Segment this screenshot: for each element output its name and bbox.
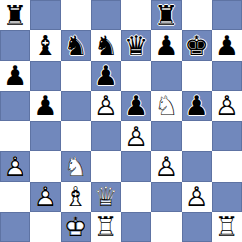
piece-white-knight[interactable]: ♞♘ — [151, 91, 181, 121]
square-a8[interactable]: ♜ — [0, 0, 30, 30]
square-g6[interactable] — [182, 61, 212, 91]
piece-white-pawn[interactable]: ♟♙ — [121, 121, 151, 151]
square-d8[interactable] — [91, 0, 121, 30]
piece-black-king[interactable]: ♚ — [182, 30, 212, 60]
square-g8[interactable] — [182, 0, 212, 30]
square-g2[interactable]: ♟♙ — [182, 182, 212, 212]
piece-white-queen[interactable]: ♛♕ — [91, 182, 121, 212]
square-b7[interactable]: ♝ — [30, 30, 60, 60]
square-e7[interactable]: ♛ — [121, 30, 151, 60]
square-f4[interactable] — [151, 121, 181, 151]
square-a6[interactable]: ♟ — [0, 61, 30, 91]
white-rook-outline-glyph: ♖ — [212, 212, 242, 242]
square-g4[interactable] — [182, 121, 212, 151]
square-e6[interactable] — [121, 61, 151, 91]
square-c2[interactable]: ♝♗ — [61, 182, 91, 212]
black-knight-glyph: ♞ — [61, 30, 91, 60]
square-d3[interactable] — [91, 151, 121, 181]
white-queen-outline-glyph: ♕ — [91, 182, 121, 212]
square-h5[interactable]: ♟♙ — [212, 91, 242, 121]
square-g3[interactable] — [182, 151, 212, 181]
piece-black-knight[interactable]: ♞ — [91, 30, 121, 60]
square-d1[interactable]: ♜♖ — [91, 212, 121, 242]
piece-black-pawn[interactable]: ♟ — [212, 30, 242, 60]
black-knight-glyph: ♞ — [91, 30, 121, 60]
piece-white-pawn[interactable]: ♟♙ — [0, 151, 30, 181]
white-pawn-outline-glyph: ♙ — [0, 151, 30, 181]
square-c8[interactable] — [61, 0, 91, 30]
square-e3[interactable] — [121, 151, 151, 181]
piece-white-pawn[interactable]: ♟♙ — [30, 182, 60, 212]
piece-white-bishop[interactable]: ♝♗ — [61, 182, 91, 212]
black-pawn-glyph: ♟ — [182, 91, 212, 121]
piece-black-pawn[interactable]: ♟ — [121, 91, 151, 121]
white-pawn-outline-glyph: ♙ — [30, 182, 60, 212]
white-knight-outline-glyph: ♘ — [151, 91, 181, 121]
square-f7[interactable]: ♟ — [151, 30, 181, 60]
white-king-outline-glyph: ♔ — [61, 212, 91, 242]
square-e1[interactable] — [121, 212, 151, 242]
piece-black-pawn[interactable]: ♟ — [151, 30, 181, 60]
square-f1[interactable] — [151, 212, 181, 242]
square-g5[interactable]: ♟ — [182, 91, 212, 121]
square-f2[interactable] — [151, 182, 181, 212]
black-queen-glyph: ♛ — [121, 30, 151, 60]
square-b8[interactable] — [30, 0, 60, 30]
square-d6[interactable]: ♟ — [91, 61, 121, 91]
square-d4[interactable] — [91, 121, 121, 151]
piece-white-pawn[interactable]: ♟♙ — [151, 151, 181, 181]
black-king-glyph: ♚ — [182, 30, 212, 60]
square-h1[interactable]: ♜♖ — [212, 212, 242, 242]
square-c3[interactable]: ♞♘ — [61, 151, 91, 181]
chess-board: ♜♜♝♞♞♛♟♚♟♟♟♟♟♙♟♞♘♟♟♙♟♙♟♙♞♘♟♙♟♙♝♗♛♕♟♙♚♔♜♖… — [0, 0, 242, 242]
square-f5[interactable]: ♞♘ — [151, 91, 181, 121]
piece-black-pawn[interactable]: ♟ — [182, 91, 212, 121]
piece-white-king[interactable]: ♚♔ — [61, 212, 91, 242]
square-c5[interactable] — [61, 91, 91, 121]
square-f6[interactable] — [151, 61, 181, 91]
square-a2[interactable] — [0, 182, 30, 212]
square-c7[interactable]: ♞ — [61, 30, 91, 60]
piece-black-rook[interactable]: ♜ — [0, 0, 30, 30]
white-rook-outline-glyph: ♖ — [91, 212, 121, 242]
square-a7[interactable] — [0, 30, 30, 60]
black-rook-glyph: ♜ — [151, 0, 181, 30]
square-h3[interactable] — [212, 151, 242, 181]
piece-white-rook[interactable]: ♜♖ — [212, 212, 242, 242]
piece-black-bishop[interactable]: ♝ — [30, 30, 60, 60]
square-e4[interactable]: ♟♙ — [121, 121, 151, 151]
black-pawn-glyph: ♟ — [30, 91, 60, 121]
square-e2[interactable] — [121, 182, 151, 212]
square-b3[interactable] — [30, 151, 60, 181]
square-h7[interactable]: ♟ — [212, 30, 242, 60]
square-c1[interactable]: ♚♔ — [61, 212, 91, 242]
square-f3[interactable]: ♟♙ — [151, 151, 181, 181]
square-c6[interactable] — [61, 61, 91, 91]
black-pawn-glyph: ♟ — [212, 30, 242, 60]
black-pawn-glyph: ♟ — [91, 61, 121, 91]
square-a3[interactable]: ♟♙ — [0, 151, 30, 181]
white-pawn-outline-glyph: ♙ — [121, 121, 151, 151]
black-pawn-glyph: ♟ — [151, 30, 181, 60]
piece-white-pawn[interactable]: ♟♙ — [182, 182, 212, 212]
square-g1[interactable] — [182, 212, 212, 242]
square-d7[interactable]: ♞ — [91, 30, 121, 60]
square-d2[interactable]: ♛♕ — [91, 182, 121, 212]
square-h4[interactable] — [212, 121, 242, 151]
black-pawn-glyph: ♟ — [0, 61, 30, 91]
piece-black-pawn[interactable]: ♟ — [30, 91, 60, 121]
piece-black-queen[interactable]: ♛ — [121, 30, 151, 60]
black-pawn-glyph: ♟ — [121, 91, 151, 121]
square-d5[interactable]: ♟♙ — [91, 91, 121, 121]
square-f8[interactable]: ♜ — [151, 0, 181, 30]
square-b6[interactable] — [30, 61, 60, 91]
piece-black-pawn[interactable]: ♟ — [0, 61, 30, 91]
square-c4[interactable] — [61, 121, 91, 151]
piece-black-rook[interactable]: ♜ — [151, 0, 181, 30]
piece-black-knight[interactable]: ♞ — [61, 30, 91, 60]
square-b1[interactable] — [30, 212, 60, 242]
square-e5[interactable]: ♟ — [121, 91, 151, 121]
square-h6[interactable] — [212, 61, 242, 91]
white-knight-outline-glyph: ♘ — [61, 151, 91, 181]
white-bishop-outline-glyph: ♗ — [61, 182, 91, 212]
square-e8[interactable] — [121, 0, 151, 30]
square-a1[interactable] — [0, 212, 30, 242]
square-b2[interactable]: ♟♙ — [30, 182, 60, 212]
square-h8[interactable] — [212, 0, 242, 30]
piece-black-pawn[interactable]: ♟ — [91, 61, 121, 91]
square-h2[interactable] — [212, 182, 242, 212]
white-pawn-outline-glyph: ♙ — [91, 91, 121, 121]
piece-white-knight[interactable]: ♞♘ — [61, 151, 91, 181]
piece-white-pawn[interactable]: ♟♙ — [91, 91, 121, 121]
piece-white-pawn[interactable]: ♟♙ — [212, 91, 242, 121]
black-bishop-glyph: ♝ — [30, 30, 60, 60]
square-b5[interactable]: ♟ — [30, 91, 60, 121]
white-pawn-outline-glyph: ♙ — [212, 91, 242, 121]
square-b4[interactable] — [30, 121, 60, 151]
square-a5[interactable] — [0, 91, 30, 121]
black-rook-glyph: ♜ — [0, 0, 30, 30]
piece-white-rook[interactable]: ♜♖ — [91, 212, 121, 242]
square-g7[interactable]: ♚ — [182, 30, 212, 60]
white-pawn-outline-glyph: ♙ — [182, 182, 212, 212]
square-a4[interactable] — [0, 121, 30, 151]
white-pawn-outline-glyph: ♙ — [151, 151, 181, 181]
